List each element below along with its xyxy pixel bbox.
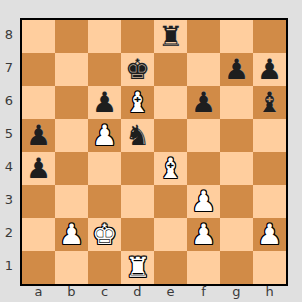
square-g2[interactable] — [220, 218, 253, 251]
rank-label-5: 5 — [0, 117, 18, 150]
black-pawn-a5[interactable]: ♟ — [22, 119, 55, 152]
rank-label-3: 3 — [0, 183, 18, 216]
square-h3[interactable] — [253, 185, 286, 218]
square-b3[interactable] — [55, 185, 88, 218]
square-e3[interactable] — [154, 185, 187, 218]
square-g4[interactable] — [220, 152, 253, 185]
square-a8[interactable] — [22, 20, 55, 53]
square-e1[interactable] — [154, 251, 187, 284]
rank-label-8: 8 — [0, 18, 18, 51]
black-pawn-a4[interactable]: ♟ — [22, 152, 55, 185]
rank-label-6: 6 — [0, 84, 18, 117]
square-a2[interactable] — [22, 218, 55, 251]
square-c4[interactable] — [88, 152, 121, 185]
square-c7[interactable] — [88, 53, 121, 86]
square-d1[interactable]: ♜ — [121, 251, 154, 284]
square-b2[interactable]: ♟ — [55, 218, 88, 251]
rank-label-4: 4 — [0, 150, 18, 183]
square-f1[interactable] — [187, 251, 220, 284]
white-pawn-h2[interactable]: ♟ — [253, 218, 286, 251]
square-f4[interactable] — [187, 152, 220, 185]
rank-label-2: 2 — [0, 216, 18, 249]
square-a4[interactable]: ♟ — [22, 152, 55, 185]
white-pawn-f2[interactable]: ♟ — [187, 218, 220, 251]
square-e2[interactable] — [154, 218, 187, 251]
square-g6[interactable] — [220, 86, 253, 119]
square-h4[interactable] — [253, 152, 286, 185]
square-b7[interactable] — [55, 53, 88, 86]
square-h6[interactable]: ♝ — [253, 86, 286, 119]
square-a7[interactable] — [22, 53, 55, 86]
square-e4[interactable]: ♝ — [154, 152, 187, 185]
rank-label-1: 1 — [0, 249, 18, 282]
square-f6[interactable]: ♟ — [187, 86, 220, 119]
file-label-h: h — [253, 284, 286, 300]
square-d7[interactable]: ♚ — [121, 53, 154, 86]
square-f2[interactable]: ♟ — [187, 218, 220, 251]
square-g5[interactable] — [220, 119, 253, 152]
square-c1[interactable] — [88, 251, 121, 284]
square-h8[interactable] — [253, 20, 286, 53]
square-d8[interactable] — [121, 20, 154, 53]
square-b6[interactable] — [55, 86, 88, 119]
white-pawn-b2[interactable]: ♟ — [55, 218, 88, 251]
square-c5[interactable]: ♟ — [88, 119, 121, 152]
square-h2[interactable]: ♟ — [253, 218, 286, 251]
square-f8[interactable] — [187, 20, 220, 53]
square-a6[interactable] — [22, 86, 55, 119]
square-g8[interactable] — [220, 20, 253, 53]
square-h5[interactable] — [253, 119, 286, 152]
white-pawn-f3[interactable]: ♟ — [187, 185, 220, 218]
square-d3[interactable] — [121, 185, 154, 218]
file-label-c: c — [88, 284, 121, 300]
square-c6[interactable]: ♟ — [88, 86, 121, 119]
square-e7[interactable] — [154, 53, 187, 86]
square-g3[interactable] — [220, 185, 253, 218]
square-g7[interactable]: ♟ — [220, 53, 253, 86]
square-f3[interactable]: ♟ — [187, 185, 220, 218]
file-label-g: g — [220, 284, 253, 300]
square-h7[interactable]: ♟ — [253, 53, 286, 86]
square-c3[interactable] — [88, 185, 121, 218]
square-a1[interactable] — [22, 251, 55, 284]
square-e8[interactable]: ♜ — [154, 20, 187, 53]
square-e6[interactable] — [154, 86, 187, 119]
square-b4[interactable] — [55, 152, 88, 185]
square-a5[interactable]: ♟ — [22, 119, 55, 152]
white-rook-d1[interactable]: ♜ — [121, 251, 154, 284]
black-pawn-g7[interactable]: ♟ — [220, 53, 253, 86]
square-d4[interactable] — [121, 152, 154, 185]
square-d5[interactable]: ♞ — [121, 119, 154, 152]
black-rook-e8[interactable]: ♜ — [154, 20, 187, 53]
square-d6[interactable]: ♝ — [121, 86, 154, 119]
black-pawn-h7[interactable]: ♟ — [253, 53, 286, 86]
white-pawn-c5[interactable]: ♟ — [88, 119, 121, 152]
square-e5[interactable] — [154, 119, 187, 152]
square-b8[interactable] — [55, 20, 88, 53]
chess-board: ♜♚♟♟♟♝♟♝♟♟♞♟♝♟♟♚♟♟♜ — [20, 18, 288, 286]
file-label-b: b — [55, 284, 88, 300]
square-b1[interactable] — [55, 251, 88, 284]
black-pawn-c6[interactable]: ♟ — [88, 86, 121, 119]
square-f7[interactable] — [187, 53, 220, 86]
file-label-d: d — [121, 284, 154, 300]
file-label-e: e — [154, 284, 187, 300]
white-bishop-e4[interactable]: ♝ — [154, 152, 187, 185]
square-g1[interactable] — [220, 251, 253, 284]
file-label-f: f — [187, 284, 220, 300]
square-a3[interactable] — [22, 185, 55, 218]
black-bishop-h6[interactable]: ♝ — [253, 86, 286, 119]
square-b5[interactable] — [55, 119, 88, 152]
square-d2[interactable] — [121, 218, 154, 251]
black-pawn-f6[interactable]: ♟ — [187, 86, 220, 119]
black-king-d7[interactable]: ♚ — [121, 53, 154, 86]
square-c2[interactable]: ♚ — [88, 218, 121, 251]
black-knight-d5[interactable]: ♞ — [121, 119, 154, 152]
rank-label-7: 7 — [0, 51, 18, 84]
square-f5[interactable] — [187, 119, 220, 152]
white-bishop-d6[interactable]: ♝ — [121, 86, 154, 119]
file-label-a: a — [22, 284, 55, 300]
square-h1[interactable] — [253, 251, 286, 284]
chess-diagram: ♜♚♟♟♟♝♟♝♟♟♞♟♝♟♟♚♟♟♜ 87654321 abcdefgh — [0, 0, 302, 302]
square-c8[interactable] — [88, 20, 121, 53]
white-king-c2[interactable]: ♚ — [88, 218, 121, 251]
